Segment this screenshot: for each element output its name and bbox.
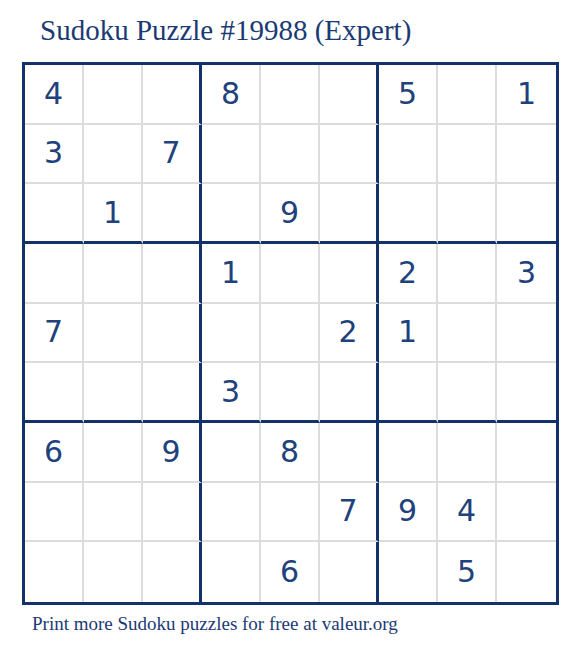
cell-r8c3[interactable] [143,483,202,543]
cell-r1c6[interactable] [320,65,379,125]
cell-r2c8[interactable] [438,125,497,185]
cell-r1c1[interactable]: 4 [25,65,84,125]
cell-r8c2[interactable] [84,483,143,543]
cell-r5c4[interactable] [202,304,261,364]
cell-r9c9[interactable] [497,542,556,602]
cell-r4c2[interactable] [84,244,143,304]
cell-r2c5[interactable] [261,125,320,185]
sudoku-page: Sudoku Puzzle #19988 (Expert) 4851371912… [0,0,580,651]
cell-r8c4[interactable] [202,483,261,543]
page-title: Sudoku Puzzle #19988 (Expert) [40,14,411,47]
cell-r4c8[interactable] [438,244,497,304]
cell-r9c3[interactable] [143,542,202,602]
cell-r9c2[interactable] [84,542,143,602]
cell-r7c8[interactable] [438,423,497,483]
cell-r6c2[interactable] [84,363,143,423]
cell-r7c3[interactable]: 9 [143,423,202,483]
cell-r1c9[interactable]: 1 [497,65,556,125]
cell-r8c5[interactable] [261,483,320,543]
footer-text: Print more Sudoku puzzles for free at va… [32,613,398,635]
cell-r2c4[interactable] [202,125,261,185]
cell-r1c7[interactable]: 5 [379,65,438,125]
cell-r6c4[interactable]: 3 [202,363,261,423]
cell-r1c4[interactable]: 8 [202,65,261,125]
cell-r3c9[interactable] [497,184,556,244]
cell-r9c6[interactable] [320,542,379,602]
cell-r1c2[interactable] [84,65,143,125]
cell-r5c6[interactable]: 2 [320,304,379,364]
cell-r3c1[interactable] [25,184,84,244]
cell-r4c7[interactable]: 2 [379,244,438,304]
cell-r4c5[interactable] [261,244,320,304]
cell-r5c8[interactable] [438,304,497,364]
cell-r6c3[interactable] [143,363,202,423]
cell-r6c9[interactable] [497,363,556,423]
cell-r3c8[interactable] [438,184,497,244]
cell-r7c4[interactable] [202,423,261,483]
cell-r5c9[interactable] [497,304,556,364]
cell-r3c3[interactable] [143,184,202,244]
cell-r5c1[interactable]: 7 [25,304,84,364]
cell-r4c4[interactable]: 1 [202,244,261,304]
cell-r2c3[interactable]: 7 [143,125,202,185]
cell-r2c6[interactable] [320,125,379,185]
cell-r7c2[interactable] [84,423,143,483]
sudoku-grid: 48513719123721369879465 [22,62,559,605]
cell-r1c8[interactable] [438,65,497,125]
cell-r3c6[interactable] [320,184,379,244]
cell-r9c5[interactable]: 6 [261,542,320,602]
cell-r2c9[interactable] [497,125,556,185]
cell-r9c4[interactable] [202,542,261,602]
cell-r4c6[interactable] [320,244,379,304]
cell-r8c8[interactable]: 4 [438,483,497,543]
cell-r5c2[interactable] [84,304,143,364]
cell-r9c8[interactable]: 5 [438,542,497,602]
cell-r4c9[interactable]: 3 [497,244,556,304]
cell-r2c1[interactable]: 3 [25,125,84,185]
cell-r4c3[interactable] [143,244,202,304]
cell-r6c1[interactable] [25,363,84,423]
cell-r9c7[interactable] [379,542,438,602]
cell-r3c5[interactable]: 9 [261,184,320,244]
cell-r6c6[interactable] [320,363,379,423]
cell-r1c5[interactable] [261,65,320,125]
cell-r2c7[interactable] [379,125,438,185]
cell-r9c1[interactable] [25,542,84,602]
cell-r4c1[interactable] [25,244,84,304]
cell-r7c1[interactable]: 6 [25,423,84,483]
cell-r8c1[interactable] [25,483,84,543]
cell-r8c9[interactable] [497,483,556,543]
cell-r3c2[interactable]: 1 [84,184,143,244]
cell-r5c5[interactable] [261,304,320,364]
cell-r6c5[interactable] [261,363,320,423]
cell-r8c6[interactable]: 7 [320,483,379,543]
cell-r7c9[interactable] [497,423,556,483]
cell-r1c3[interactable] [143,65,202,125]
cell-r6c7[interactable] [379,363,438,423]
cell-r5c3[interactable] [143,304,202,364]
cell-r7c6[interactable] [320,423,379,483]
cell-r3c4[interactable] [202,184,261,244]
cell-r5c7[interactable]: 1 [379,304,438,364]
cell-r3c7[interactable] [379,184,438,244]
cell-r7c7[interactable] [379,423,438,483]
cell-r6c8[interactable] [438,363,497,423]
cell-r2c2[interactable] [84,125,143,185]
cell-r7c5[interactable]: 8 [261,423,320,483]
cell-r8c7[interactable]: 9 [379,483,438,543]
